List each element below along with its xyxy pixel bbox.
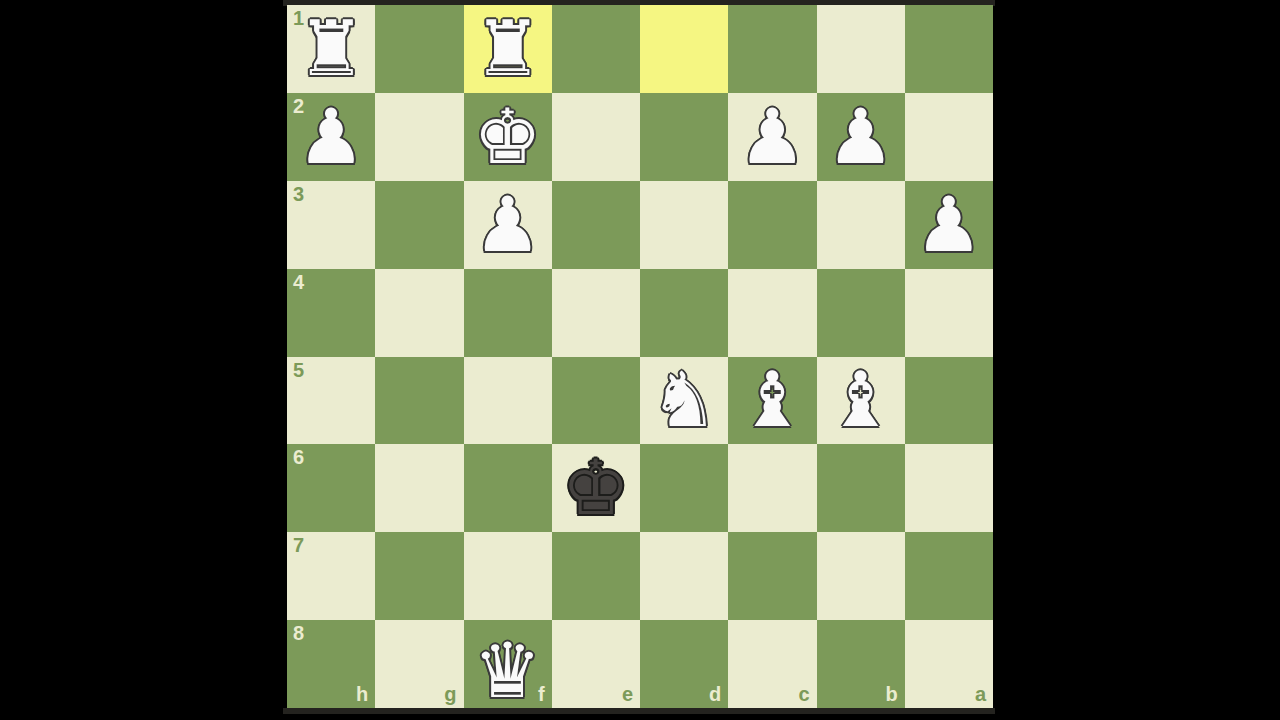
square-g5[interactable] xyxy=(375,357,463,445)
rank-label-8: 8 xyxy=(293,623,304,643)
square-c7[interactable] xyxy=(728,532,816,620)
square-h4[interactable]: 4 xyxy=(287,269,375,357)
square-d1[interactable] xyxy=(640,5,728,93)
square-f7[interactable] xyxy=(464,532,552,620)
square-c2[interactable]: ♟ xyxy=(728,93,816,181)
square-f4[interactable] xyxy=(464,269,552,357)
square-b8[interactable]: b xyxy=(817,620,905,708)
square-e4[interactable] xyxy=(552,269,640,357)
square-b5[interactable]: ♝ xyxy=(817,357,905,445)
file-label-a: a xyxy=(975,684,986,704)
square-d5[interactable]: ♞ xyxy=(640,357,728,445)
rank-label-5: 5 xyxy=(293,360,304,380)
square-e6[interactable]: ♚ xyxy=(552,444,640,532)
piece-black-king[interactable]: ♚ xyxy=(552,444,640,532)
square-h2[interactable]: 2♟ xyxy=(287,93,375,181)
piece-white-pawn[interactable]: ♟ xyxy=(464,181,552,269)
square-a7[interactable] xyxy=(905,532,993,620)
square-b3[interactable] xyxy=(817,181,905,269)
piece-white-rook[interactable]: ♜ xyxy=(287,5,375,93)
square-h1[interactable]: 1♜ xyxy=(287,5,375,93)
square-h3[interactable]: 3 xyxy=(287,181,375,269)
square-f1[interactable]: ♜ xyxy=(464,5,552,93)
square-f3[interactable]: ♟ xyxy=(464,181,552,269)
square-c6[interactable] xyxy=(728,444,816,532)
square-c1[interactable] xyxy=(728,5,816,93)
square-d2[interactable] xyxy=(640,93,728,181)
square-g8[interactable]: g xyxy=(375,620,463,708)
square-h6[interactable]: 6 xyxy=(287,444,375,532)
square-a3[interactable]: ♟ xyxy=(905,181,993,269)
square-e5[interactable] xyxy=(552,357,640,445)
rank-label-6: 6 xyxy=(293,447,304,467)
square-d8[interactable]: d xyxy=(640,620,728,708)
square-f8[interactable]: f♛ xyxy=(464,620,552,708)
square-g6[interactable] xyxy=(375,444,463,532)
square-g3[interactable] xyxy=(375,181,463,269)
square-g2[interactable] xyxy=(375,93,463,181)
square-c3[interactable] xyxy=(728,181,816,269)
square-g4[interactable] xyxy=(375,269,463,357)
square-h7[interactable]: 7 xyxy=(287,532,375,620)
file-label-c: c xyxy=(798,684,809,704)
rank-label-3: 3 xyxy=(293,184,304,204)
square-f2[interactable]: ♚ xyxy=(464,93,552,181)
square-e2[interactable] xyxy=(552,93,640,181)
piece-white-bishop[interactable]: ♝ xyxy=(817,357,905,445)
square-d4[interactable] xyxy=(640,269,728,357)
square-b1[interactable] xyxy=(817,5,905,93)
square-e7[interactable] xyxy=(552,532,640,620)
square-f6[interactable] xyxy=(464,444,552,532)
piece-white-king[interactable]: ♚ xyxy=(464,93,552,181)
piece-white-rook[interactable]: ♜ xyxy=(464,5,552,93)
square-g7[interactable] xyxy=(375,532,463,620)
square-e3[interactable] xyxy=(552,181,640,269)
chess-board: 1♜♜2♟♚♟♟3♟♟45♞♝♝6♚78hgf♛edcba xyxy=(287,5,993,708)
file-label-g: g xyxy=(444,684,456,704)
square-a6[interactable] xyxy=(905,444,993,532)
square-a1[interactable] xyxy=(905,5,993,93)
square-d6[interactable] xyxy=(640,444,728,532)
square-b6[interactable] xyxy=(817,444,905,532)
piece-white-pawn[interactable]: ♟ xyxy=(728,93,816,181)
square-f5[interactable] xyxy=(464,357,552,445)
square-h8[interactable]: 8h xyxy=(287,620,375,708)
square-a2[interactable] xyxy=(905,93,993,181)
piece-white-pawn[interactable]: ♟ xyxy=(817,93,905,181)
piece-white-bishop[interactable]: ♝ xyxy=(728,357,816,445)
file-label-d: d xyxy=(709,684,721,704)
square-d3[interactable] xyxy=(640,181,728,269)
square-a4[interactable] xyxy=(905,269,993,357)
square-d7[interactable] xyxy=(640,532,728,620)
file-label-b: b xyxy=(886,684,898,704)
page-background: 1♜♜2♟♚♟♟3♟♟45♞♝♝6♚78hgf♛edcba xyxy=(0,0,1280,720)
rank-label-7: 7 xyxy=(293,535,304,555)
file-label-h: h xyxy=(356,684,368,704)
piece-white-knight[interactable]: ♞ xyxy=(640,357,728,445)
piece-white-pawn[interactable]: ♟ xyxy=(905,181,993,269)
square-g1[interactable] xyxy=(375,5,463,93)
piece-white-pawn[interactable]: ♟ xyxy=(287,93,375,181)
file-label-e: e xyxy=(622,684,633,704)
square-b2[interactable]: ♟ xyxy=(817,93,905,181)
piece-white-queen[interactable]: ♛ xyxy=(464,627,552,715)
square-b7[interactable] xyxy=(817,532,905,620)
square-a5[interactable] xyxy=(905,357,993,445)
square-e8[interactable]: e xyxy=(552,620,640,708)
square-h5[interactable]: 5 xyxy=(287,357,375,445)
square-c5[interactable]: ♝ xyxy=(728,357,816,445)
square-a8[interactable]: a xyxy=(905,620,993,708)
square-e1[interactable] xyxy=(552,5,640,93)
board-bottom-edge xyxy=(283,708,995,714)
rank-label-4: 4 xyxy=(293,272,304,292)
square-c4[interactable] xyxy=(728,269,816,357)
square-b4[interactable] xyxy=(817,269,905,357)
square-c8[interactable]: c xyxy=(728,620,816,708)
